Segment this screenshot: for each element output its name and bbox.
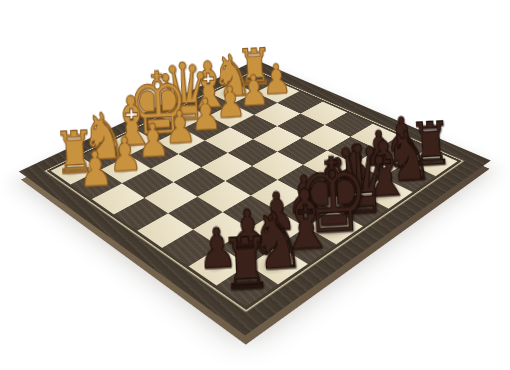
- white-pawn-glyph: ♟: [107, 131, 142, 180]
- square-h8: ♜: [216, 265, 278, 306]
- white-pawn-glyph: ♟: [77, 145, 113, 195]
- square-h3: [92, 183, 145, 214]
- chess-set-photo: ♜♞♝♛♚♝♞♜♟♟♟♟♟♟♟♟♟♟♟♟♟♟♟♟♜♞♝♛♚♝♞♜: [0, 0, 510, 370]
- chess-board-3d: ♜♞♝♛♚♝♞♜♟♟♟♟♟♟♟♟♟♟♟♟♟♟♟♟♜♞♝♛♚♝♞♜: [19, 60, 491, 335]
- black-rook-glyph: ♜: [219, 227, 273, 301]
- perspective-scene: ♜♞♝♛♚♝♞♜♟♟♟♟♟♟♟♟♟♟♟♟♟♟♟♟♜♞♝♛♚♝♞♜: [0, 0, 510, 370]
- chess-board: ♜♞♝♛♚♝♞♜♟♟♟♟♟♟♟♟♟♟♟♟♟♟♟♟♜♞♝♛♚♝♞♜: [51, 72, 458, 306]
- board-frame: ♜♞♝♛♚♝♞♜♟♟♟♟♟♟♟♟♟♟♟♟♟♟♟♟♜♞♝♛♚♝♞♜: [19, 60, 491, 335]
